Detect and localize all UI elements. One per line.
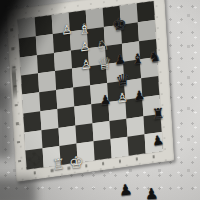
- chess-piece-w-p-d6: ♙: [80, 58, 92, 72]
- board-square: [109, 118, 127, 139]
- emblem-piece-icon: ♚: [32, 151, 37, 157]
- captured-piece: ♟: [118, 182, 133, 198]
- board-logo-emblem: ♚♛♝♞: [27, 151, 43, 168]
- chess-piece-b-p-f6: ♟: [114, 54, 126, 68]
- board-square: [57, 106, 75, 127]
- board-square: [126, 116, 144, 137]
- chess-piece-b-q-f5: ♛: [115, 72, 130, 90]
- chess-piece-b-p-e4: ♟: [99, 93, 111, 107]
- board-square: [37, 52, 55, 73]
- board-square: [24, 130, 42, 151]
- board-square: [19, 36, 37, 57]
- chess-piece-w-p-f4: ♙: [116, 91, 128, 105]
- board-square: [20, 55, 38, 76]
- board-square: [23, 111, 41, 132]
- board-square: [41, 127, 59, 148]
- board-square: [21, 73, 39, 94]
- chess-piece-w-b-d8: ♗: [78, 21, 91, 37]
- board-square: [92, 120, 110, 141]
- chess-piece-w-q-e6: ♕: [97, 56, 112, 74]
- board-square: [128, 135, 146, 156]
- captured-piece: ♟: [144, 187, 158, 200]
- emblem-piece-icon: ♞: [32, 161, 37, 167]
- board-square: [94, 139, 112, 160]
- board-square: [39, 90, 57, 111]
- chess-piece-w-n-e7: ♘: [96, 37, 109, 53]
- board-square: [58, 125, 76, 146]
- board-square: [55, 69, 73, 90]
- emblem-piece-icon: ♛: [27, 157, 32, 163]
- board-square: [36, 34, 54, 55]
- board-square: [111, 137, 129, 158]
- board-square: [40, 109, 58, 130]
- board-square: [137, 1, 155, 22]
- board-square: [38, 71, 56, 92]
- emblem-piece-icon: ♝: [36, 156, 41, 162]
- chess-piece-w-p-c8: ♙: [61, 23, 73, 37]
- chess-piece-b-b-g6: ♝: [131, 51, 144, 67]
- board-square: [73, 85, 91, 106]
- bottom-left-shadow: [0, 178, 36, 200]
- chessboard-photo: ♚♛♝♞♙♗♙♘♙♕♙♖♔♚♟♝♞♛♟♟♜ ♟♟♟: [0, 0, 200, 200]
- board-square: [75, 123, 93, 144]
- left-edge-shadow: [0, 88, 12, 158]
- captured-piece: ♟: [151, 133, 165, 148]
- board-square: [18, 17, 36, 38]
- chess-piece-w-p-d7: ♙: [79, 40, 91, 54]
- chess-piece-b-k-f8: ♚: [112, 16, 127, 34]
- chess-piece-b-p-g4: ♟: [133, 89, 145, 103]
- board-square: [138, 20, 156, 41]
- board-grid: ♚♛♝♞♙♗♙♘♙♕♙♖♔♚♟♝♞♛♟♟♜: [18, 1, 163, 169]
- board-square: [35, 15, 53, 36]
- chess-board: ♚♛♝♞♙♗♙♘♙♕♙♖♔♚♟♝♞♛♟♟♜: [6, 0, 174, 182]
- board-square: [56, 88, 74, 109]
- board-square: [74, 104, 92, 125]
- board-square: [22, 92, 40, 113]
- board-brand-text-smudge: [11, 63, 18, 100]
- board-square: [54, 50, 72, 71]
- chess-piece-b-n-h6: ♞: [148, 49, 161, 65]
- chess-piece-b-r-h3: ♜: [151, 105, 164, 121]
